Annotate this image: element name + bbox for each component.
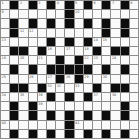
black-cell-r15c2 — [10, 130, 19, 139]
cell-r1c9[interactable]: 5 — [75, 1, 84, 10]
clue-number: 37 — [93, 93, 97, 97]
cell-r7c15[interactable] — [130, 56, 139, 65]
black-cell-r8c8 — [65, 65, 74, 74]
black-cell-r8c10 — [84, 65, 93, 74]
black-cell-r8c2 — [10, 65, 19, 74]
cell-r10c1[interactable] — [1, 84, 10, 93]
cell-r13c15[interactable] — [130, 111, 139, 120]
cell-r8c15[interactable] — [130, 65, 139, 74]
cell-r14c1[interactable]: 40 — [1, 121, 10, 130]
cell-r13c9[interactable] — [75, 111, 84, 120]
cell-r2c9[interactable]: 10 — [75, 10, 84, 19]
clue-number: 28 — [66, 75, 70, 79]
cell-r7c5[interactable]: 21 — [38, 56, 47, 65]
black-cell-r14c8 — [65, 121, 74, 130]
cell-r6c12[interactable] — [102, 47, 111, 56]
clue-number: 1 — [2, 1, 4, 5]
cell-r6c7[interactable] — [56, 47, 65, 56]
clue-number: 10 — [75, 10, 79, 14]
cell-r14c6[interactable] — [47, 121, 56, 130]
black-cell-r8c12 — [102, 65, 111, 74]
clue-number: 24 — [112, 56, 116, 60]
clue-number: 6 — [93, 1, 95, 5]
clue-number: 29 — [84, 75, 88, 79]
cell-r5c5[interactable] — [38, 38, 47, 47]
clue-number: 25 — [2, 75, 6, 79]
cell-r7c4[interactable] — [29, 56, 38, 65]
cell-r5c7[interactable] — [56, 38, 65, 47]
cell-r7c6[interactable] — [47, 56, 56, 65]
cell-r3c5[interactable] — [38, 19, 47, 28]
cell-r4c13[interactable] — [111, 29, 120, 38]
cell-r2c3[interactable] — [19, 10, 28, 19]
cell-r9c6[interactable]: 27 — [47, 75, 56, 84]
clue-number: 32 — [57, 84, 61, 88]
cell-r2c14[interactable] — [121, 10, 130, 19]
cell-r5c3[interactable] — [19, 38, 28, 47]
cell-r9c10[interactable]: 29 — [84, 75, 93, 84]
cell-r1c5[interactable]: 3 — [38, 1, 47, 10]
cell-r15c3[interactable] — [19, 130, 28, 139]
cell-r9c13[interactable] — [111, 75, 120, 84]
cell-r9c8[interactable]: 28 — [65, 75, 74, 84]
cell-r14c15[interactable] — [130, 121, 139, 130]
black-cell-r13c14 — [121, 111, 130, 120]
cell-r11c1[interactable]: 34 — [1, 93, 10, 102]
black-cell-r8c4 — [29, 65, 38, 74]
cell-r10c10[interactable] — [84, 84, 93, 93]
clue-number: 18 — [84, 47, 88, 51]
cell-r10c15[interactable] — [130, 84, 139, 93]
black-cell-r10c13 — [111, 84, 120, 93]
cell-r11c14[interactable] — [121, 93, 130, 102]
black-cell-r10c5 — [38, 84, 47, 93]
cell-r6c4[interactable] — [29, 47, 38, 56]
cell-r8c3[interactable] — [19, 65, 28, 74]
cell-r4c9[interactable] — [75, 29, 84, 38]
black-cell-r15c10 — [84, 130, 93, 139]
black-cell-r6c5 — [38, 47, 47, 56]
cell-r13c3[interactable] — [19, 111, 28, 120]
black-cell-r4c14 — [121, 29, 130, 38]
black-cell-r13c2 — [10, 111, 19, 120]
clue-number: 27 — [47, 75, 51, 79]
cell-r2c2[interactable] — [10, 10, 19, 19]
black-cell-r1c4 — [29, 1, 38, 10]
clue-number: 17 — [66, 47, 70, 51]
cell-r12c12[interactable] — [102, 102, 111, 111]
clue-number: 7 — [112, 1, 114, 5]
cell-r5c11[interactable]: 14 — [93, 38, 102, 47]
cell-r8c1[interactable] — [1, 65, 10, 74]
black-cell-r6c3 — [19, 47, 28, 56]
cell-r10c8[interactable] — [65, 84, 74, 93]
cell-r14c14[interactable] — [121, 121, 130, 130]
black-cell-r5c8 — [65, 38, 74, 47]
cell-r7c1[interactable]: 19 — [1, 56, 10, 65]
cell-r13c11[interactable] — [93, 111, 102, 120]
black-cell-r6c2 — [10, 47, 19, 56]
clue-number: 11 — [20, 29, 24, 33]
black-cell-r4c12 — [102, 29, 111, 38]
cell-r14c13[interactable] — [111, 121, 120, 130]
clue-number: 8 — [130, 1, 132, 5]
black-cell-r1c8 — [65, 1, 74, 10]
cell-r10c4[interactable] — [29, 84, 38, 93]
black-cell-r10c3 — [19, 84, 28, 93]
black-cell-r11c8 — [65, 93, 74, 102]
black-cell-r13c8 — [65, 111, 74, 120]
cell-r2c10[interactable] — [84, 10, 93, 19]
black-cell-r3c10 — [84, 19, 93, 28]
cell-r6c1[interactable] — [1, 47, 10, 56]
cell-r1c15[interactable]: 8 — [130, 1, 139, 10]
clue-number: 26 — [29, 75, 33, 79]
cell-r11c15[interactable] — [130, 93, 139, 102]
clue-number: 23 — [93, 56, 97, 60]
cell-r5c12[interactable]: 15 — [102, 38, 111, 47]
cell-r15c9[interactable] — [75, 130, 84, 139]
black-cell-r3c2 — [10, 19, 19, 28]
cell-r7c2[interactable] — [10, 56, 19, 65]
cell-r13c1[interactable] — [1, 111, 10, 120]
cell-r2c11[interactable] — [93, 10, 102, 19]
cell-r4c11[interactable] — [93, 29, 102, 38]
cell-r15c11[interactable] — [93, 130, 102, 139]
cell-r4c3[interactable]: 11 — [19, 29, 28, 38]
black-cell-r1c2 — [10, 1, 19, 10]
cell-r4c15[interactable] — [130, 29, 139, 38]
black-cell-r11c10 — [84, 93, 93, 102]
cell-r5c1[interactable]: 13 — [1, 38, 10, 47]
black-cell-r10c14 — [121, 84, 130, 93]
black-cell-r13c6 — [47, 111, 56, 120]
clue-number: 39 — [38, 102, 42, 106]
cell-r9c1[interactable]: 25 — [1, 75, 10, 84]
black-cell-r15c6 — [47, 130, 56, 139]
black-cell-r8c9 — [75, 65, 84, 74]
black-cell-r12c2 — [10, 102, 19, 111]
cell-r5c4[interactable] — [29, 38, 38, 47]
cell-r9c14[interactable] — [121, 75, 130, 84]
clue-number: 19 — [2, 56, 6, 60]
cell-r11c2[interactable] — [10, 93, 19, 102]
cell-r6c6[interactable]: 16 — [47, 47, 56, 56]
clue-number: 12 — [29, 29, 33, 33]
cell-r11c3[interactable]: 35 — [19, 93, 28, 102]
black-cell-r15c12 — [102, 130, 111, 139]
cell-r6c8[interactable]: 17 — [65, 47, 74, 56]
cell-r8c11[interactable] — [93, 65, 102, 74]
cell-r14c11[interactable] — [93, 121, 102, 130]
cell-r14c3[interactable] — [19, 121, 28, 130]
cell-r3c15[interactable] — [130, 19, 139, 28]
cell-r3c1[interactable] — [1, 19, 10, 28]
cell-r1c3[interactable]: 2 — [19, 1, 28, 10]
clue-number: 3 — [38, 1, 40, 5]
clue-number: 14 — [93, 38, 97, 42]
cell-r5c2[interactable] — [10, 38, 19, 47]
cell-r11c12[interactable] — [102, 93, 111, 102]
cell-r7c13[interactable]: 24 — [111, 56, 120, 65]
cell-r11c4[interactable] — [29, 93, 38, 102]
cell-r4c10[interactable] — [84, 29, 93, 38]
cell-r7c10[interactable]: 22 — [84, 56, 93, 65]
cell-r15c15[interactable] — [130, 130, 139, 139]
black-cell-r12c4 — [29, 102, 38, 111]
cell-r10c7[interactable]: 32 — [56, 84, 65, 93]
clue-number: 30 — [103, 75, 107, 79]
cell-r5c15[interactable] — [130, 38, 139, 47]
cell-r8c13[interactable] — [111, 65, 120, 74]
cell-r1c11[interactable]: 6 — [93, 1, 102, 10]
cell-r15c7[interactable] — [56, 130, 65, 139]
clue-number: 4 — [57, 1, 59, 5]
black-cell-r3c8 — [65, 19, 74, 28]
black-cell-r6c14 — [121, 47, 130, 56]
cell-r9c5[interactable] — [38, 75, 47, 84]
cell-r8c5[interactable] — [38, 65, 47, 74]
cell-r2c12[interactable] — [102, 10, 111, 19]
cell-r14c2[interactable] — [10, 121, 19, 130]
cell-r14c7[interactable] — [56, 121, 65, 130]
cell-r15c13[interactable] — [111, 130, 120, 139]
cell-r4c6[interactable] — [47, 29, 56, 38]
cell-r12c11[interactable] — [93, 102, 102, 111]
black-cell-r1c14 — [121, 1, 130, 10]
cell-r4c1[interactable] — [1, 29, 10, 38]
cell-r12c15[interactable] — [130, 102, 139, 111]
cell-r5c14[interactable] — [121, 38, 130, 47]
black-cell-r3c14 — [121, 19, 130, 28]
clue-number: 5 — [75, 1, 77, 5]
cell-r12c1[interactable] — [1, 102, 10, 111]
black-cell-r8c14 — [121, 65, 130, 74]
cell-r7c8[interactable] — [65, 56, 74, 65]
cell-r4c5[interactable] — [38, 29, 47, 38]
clue-number: 2 — [20, 1, 22, 5]
clue-number: 34 — [2, 93, 6, 97]
black-cell-r9c7 — [56, 75, 65, 84]
black-cell-r6c13 — [111, 47, 120, 56]
cell-r4c7[interactable] — [56, 29, 65, 38]
black-cell-r3c6 — [47, 19, 56, 28]
crossword-grid: 1234567891011121314151617181920212223242… — [0, 0, 139, 139]
cell-r13c5[interactable] — [38, 111, 47, 120]
clue-number: 38 — [112, 93, 116, 97]
black-cell-r8c7 — [56, 65, 65, 74]
black-cell-r4c2 — [10, 29, 19, 38]
cell-r14c10[interactable] — [84, 121, 93, 130]
cell-r6c10[interactable]: 18 — [84, 47, 93, 56]
clue-number: 15 — [103, 38, 107, 42]
black-cell-r10c2 — [10, 84, 19, 93]
cell-r10c12[interactable] — [102, 84, 111, 93]
cell-r10c6[interactable]: 31 — [47, 84, 56, 93]
cell-r6c15[interactable] — [130, 47, 139, 56]
clue-number: 21 — [38, 56, 42, 60]
cell-r2c7[interactable] — [56, 10, 65, 19]
black-cell-r1c12 — [102, 1, 111, 10]
clue-number: 16 — [47, 47, 51, 51]
clue-number: 13 — [2, 38, 6, 42]
cell-r9c2[interactable] — [10, 75, 19, 84]
black-cell-r15c8 — [65, 130, 74, 139]
cell-r1c13[interactable]: 7 — [111, 1, 120, 10]
cell-r9c15[interactable] — [130, 75, 139, 84]
cell-r12c10[interactable] — [84, 102, 93, 111]
cell-r6c9[interactable] — [75, 47, 84, 56]
cell-r4c4[interactable]: 12 — [29, 29, 38, 38]
cell-r2c4[interactable] — [29, 10, 38, 19]
black-cell-r12c14 — [121, 102, 130, 111]
black-cell-r8c6 — [47, 65, 56, 74]
cell-r11c5[interactable]: 36 — [38, 93, 47, 102]
clue-number: 20 — [20, 56, 24, 60]
black-cell-r5c10 — [84, 38, 93, 47]
cell-r12c5[interactable]: 39 — [38, 102, 47, 111]
black-cell-r7c9 — [75, 56, 84, 65]
black-cell-r3c12 — [102, 19, 111, 28]
black-cell-r10c11 — [93, 84, 102, 93]
black-cell-r2c8 — [65, 10, 74, 19]
clue-number: 31 — [47, 84, 51, 88]
cell-r14c4[interactable] — [29, 121, 38, 130]
cell-r5c13[interactable] — [111, 38, 120, 47]
cell-r9c12[interactable]: 30 — [102, 75, 111, 84]
black-cell-r3c4 — [29, 19, 38, 28]
clue-number: 9 — [2, 10, 4, 14]
cell-r15c5[interactable] — [38, 130, 47, 139]
black-cell-r6c11 — [93, 47, 102, 56]
cell-r7c11[interactable]: 23 — [93, 56, 102, 65]
black-cell-r15c14 — [121, 130, 130, 139]
cell-r11c7[interactable] — [56, 93, 65, 102]
cell-r5c9[interactable] — [75, 38, 84, 47]
cell-r3c9[interactable] — [75, 19, 84, 28]
cell-r14c12[interactable] — [102, 121, 111, 130]
cell-r9c4[interactable]: 26 — [29, 75, 38, 84]
black-cell-r15c4 — [29, 130, 38, 139]
cell-r14c5[interactable] — [38, 121, 47, 130]
cell-r3c7[interactable] — [56, 19, 65, 28]
cell-r9c3[interactable] — [19, 75, 28, 84]
cell-r11c11[interactable]: 37 — [93, 93, 102, 102]
black-cell-r13c12 — [102, 111, 111, 120]
black-cell-r1c10 — [84, 1, 93, 10]
black-cell-r13c10 — [84, 111, 93, 120]
clue-number: 35 — [20, 93, 24, 97]
cell-r11c13[interactable]: 38 — [111, 93, 120, 102]
cell-r14c9[interactable]: 41 — [75, 121, 84, 130]
cell-r2c5[interactable] — [38, 10, 47, 19]
black-cell-r11c6 — [47, 93, 56, 102]
cell-r3c3[interactable] — [19, 19, 28, 28]
cell-r7c3[interactable]: 20 — [19, 56, 28, 65]
cell-r2c13[interactable] — [111, 10, 120, 19]
cell-r1c1[interactable]: 1 — [1, 1, 10, 10]
black-cell-r13c4 — [29, 111, 38, 120]
cell-r12c3[interactable] — [19, 102, 28, 111]
cell-r15c1[interactable] — [1, 130, 10, 139]
black-cell-r1c6 — [47, 1, 56, 10]
cell-r12c9[interactable] — [75, 102, 84, 111]
cell-r3c11[interactable] — [93, 19, 102, 28]
clue-number: 41 — [75, 121, 79, 125]
cell-r4c8[interactable] — [65, 29, 74, 38]
cell-r13c13[interactable] — [111, 111, 120, 120]
cell-r2c15[interactable] — [130, 10, 139, 19]
cell-r12c8[interactable] — [65, 102, 74, 111]
cell-r3c13[interactable] — [111, 19, 120, 28]
cell-r12c6[interactable] — [47, 102, 56, 111]
clue-number: 33 — [75, 84, 79, 88]
cell-r10c9[interactable]: 33 — [75, 84, 84, 93]
cell-r9c11[interactable] — [93, 75, 102, 84]
black-cell-r5c6 — [47, 38, 56, 47]
cell-r2c6[interactable] — [47, 10, 56, 19]
cell-r1c7[interactable]: 4 — [56, 1, 65, 10]
black-cell-r9c9 — [75, 75, 84, 84]
cell-r7c14[interactable] — [121, 56, 130, 65]
black-cell-r7c7 — [56, 56, 65, 65]
cell-r7c12[interactable] — [102, 56, 111, 65]
cell-r11c9[interactable] — [75, 93, 84, 102]
cell-r12c7[interactable] — [56, 102, 65, 111]
cell-r12c13[interactable] — [111, 102, 120, 111]
clue-number: 36 — [38, 93, 42, 97]
clue-number: 22 — [84, 56, 88, 60]
clue-number: 40 — [2, 121, 6, 125]
cell-r13c7[interactable] — [56, 111, 65, 120]
cell-r2c1[interactable]: 9 — [1, 10, 10, 19]
